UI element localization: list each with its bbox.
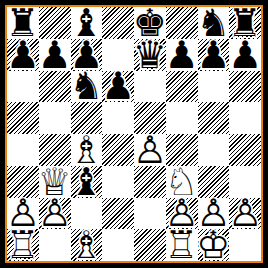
- square-h2[interactable]: ♟♙: [229, 198, 261, 230]
- chess-board: ♜♜♝♝♚♚♞♞♜♜♟♟♟♟♟♟♛♛♟♟♟♟♟♟♞♞♟♟♝♗♟♙♛♕♝♝♞♘♟♙…: [7, 7, 261, 261]
- black-pawn-fill: ♟: [7, 39, 39, 71]
- square-g2[interactable]: ♟♙: [198, 198, 230, 230]
- black-rook-fill: ♜: [229, 7, 261, 39]
- square-d2[interactable]: [102, 198, 134, 230]
- square-g8[interactable]: ♞♞: [198, 7, 230, 39]
- black-bishop-fill: ♝: [71, 166, 103, 198]
- white-rook-fill: ♜: [7, 229, 39, 261]
- white-pawn: ♙: [134, 134, 166, 166]
- square-e3[interactable]: [134, 166, 166, 198]
- square-f2[interactable]: ♟♙: [166, 198, 198, 230]
- square-h8[interactable]: ♜♜: [229, 7, 261, 39]
- black-knight: ♞: [71, 71, 103, 103]
- black-king-fill: ♚: [134, 7, 166, 39]
- square-a4[interactable]: [7, 134, 39, 166]
- square-f7[interactable]: ♟♟: [166, 39, 198, 71]
- white-pawn: ♙: [7, 198, 39, 230]
- black-rook: ♜: [229, 7, 261, 39]
- square-h5[interactable]: [229, 102, 261, 134]
- square-b6[interactable]: [39, 71, 71, 103]
- square-g1[interactable]: ♚♔: [198, 229, 230, 261]
- square-g5[interactable]: [198, 102, 230, 134]
- square-e1[interactable]: [134, 229, 166, 261]
- black-rook-fill: ♜: [7, 7, 39, 39]
- square-c4[interactable]: ♝♗: [71, 134, 103, 166]
- square-c3[interactable]: ♝♝: [71, 166, 103, 198]
- square-f6[interactable]: [166, 71, 198, 103]
- board-frame: ♜♜♝♝♚♚♞♞♜♜♟♟♟♟♟♟♛♛♟♟♟♟♟♟♞♞♟♟♝♗♟♙♛♕♝♝♞♘♟♙…: [5, 5, 263, 263]
- square-e8[interactable]: ♚♚: [134, 7, 166, 39]
- square-c1[interactable]: ♝♗: [71, 229, 103, 261]
- white-pawn-fill: ♟: [134, 134, 166, 166]
- square-h4[interactable]: [229, 134, 261, 166]
- square-f8[interactable]: [166, 7, 198, 39]
- black-pawn: ♟: [229, 39, 261, 71]
- square-b8[interactable]: [39, 7, 71, 39]
- square-a8[interactable]: ♜♜: [7, 7, 39, 39]
- square-d1[interactable]: [102, 229, 134, 261]
- square-g3[interactable]: [198, 166, 230, 198]
- black-pawn: ♟: [7, 39, 39, 71]
- square-a5[interactable]: [7, 102, 39, 134]
- square-a1[interactable]: ♜♖: [7, 229, 39, 261]
- black-pawn: ♟: [39, 39, 71, 71]
- white-pawn: ♙: [198, 198, 230, 230]
- white-bishop-fill: ♝: [71, 229, 103, 261]
- white-queen-fill: ♛: [39, 166, 71, 198]
- white-pawn-fill: ♟: [7, 198, 39, 230]
- square-f1[interactable]: ♜♖: [166, 229, 198, 261]
- black-bishop-fill: ♝: [71, 7, 103, 39]
- square-b1[interactable]: [39, 229, 71, 261]
- square-f3[interactable]: ♞♘: [166, 166, 198, 198]
- black-queen-fill: ♛: [134, 39, 166, 71]
- square-g7[interactable]: ♟♟: [198, 39, 230, 71]
- square-g4[interactable]: [198, 134, 230, 166]
- chess-diagram: ♜♜♝♝♚♚♞♞♜♜♟♟♟♟♟♟♛♛♟♟♟♟♟♟♞♞♟♟♝♗♟♙♛♕♝♝♞♘♟♙…: [0, 0, 268, 268]
- white-knight: ♘: [166, 166, 198, 198]
- black-pawn-fill: ♟: [166, 39, 198, 71]
- white-knight-fill: ♞: [166, 166, 198, 198]
- square-h7[interactable]: ♟♟: [229, 39, 261, 71]
- black-pawn-fill: ♟: [39, 39, 71, 71]
- square-b5[interactable]: [39, 102, 71, 134]
- square-d4[interactable]: [102, 134, 134, 166]
- square-a7[interactable]: ♟♟: [7, 39, 39, 71]
- black-king: ♚: [134, 7, 166, 39]
- black-pawn-fill: ♟: [71, 39, 103, 71]
- square-c6[interactable]: ♞♞: [71, 71, 103, 103]
- square-b4[interactable]: [39, 134, 71, 166]
- white-king-fill: ♚: [198, 229, 230, 261]
- white-rook-fill: ♜: [166, 229, 198, 261]
- square-e7[interactable]: ♛♛: [134, 39, 166, 71]
- square-h3[interactable]: [229, 166, 261, 198]
- white-pawn-fill: ♟: [198, 198, 230, 230]
- square-d6[interactable]: ♟♟: [102, 71, 134, 103]
- black-pawn: ♟: [71, 39, 103, 71]
- black-pawn-fill: ♟: [198, 39, 230, 71]
- black-knight-fill: ♞: [71, 71, 103, 103]
- square-c5[interactable]: [71, 102, 103, 134]
- square-d7[interactable]: [102, 39, 134, 71]
- square-e6[interactable]: [134, 71, 166, 103]
- white-bishop-fill: ♝: [71, 134, 103, 166]
- square-f4[interactable]: [166, 134, 198, 166]
- white-king: ♔: [198, 229, 230, 261]
- white-pawn: ♙: [166, 198, 198, 230]
- black-knight: ♞: [198, 7, 230, 39]
- square-h1[interactable]: [229, 229, 261, 261]
- square-a2[interactable]: ♟♙: [7, 198, 39, 230]
- white-rook: ♖: [166, 229, 198, 261]
- black-bishop: ♝: [71, 166, 103, 198]
- square-c7[interactable]: ♟♟: [71, 39, 103, 71]
- black-pawn: ♟: [166, 39, 198, 71]
- square-b7[interactable]: ♟♟: [39, 39, 71, 71]
- square-d5[interactable]: [102, 102, 134, 134]
- white-pawn: ♙: [39, 198, 71, 230]
- black-knight-fill: ♞: [198, 7, 230, 39]
- white-pawn-fill: ♟: [39, 198, 71, 230]
- square-a3[interactable]: [7, 166, 39, 198]
- black-pawn: ♟: [102, 71, 134, 103]
- square-f5[interactable]: [166, 102, 198, 134]
- square-d8[interactable]: [102, 7, 134, 39]
- black-pawn-fill: ♟: [229, 39, 261, 71]
- white-rook: ♖: [7, 229, 39, 261]
- black-pawn-fill: ♟: [102, 71, 134, 103]
- white-pawn: ♙: [229, 198, 261, 230]
- square-d3[interactable]: [102, 166, 134, 198]
- square-h6[interactable]: [229, 71, 261, 103]
- white-pawn-fill: ♟: [229, 198, 261, 230]
- white-pawn-fill: ♟: [166, 198, 198, 230]
- white-queen: ♕: [39, 166, 71, 198]
- square-b3[interactable]: ♛♕: [39, 166, 71, 198]
- square-g6[interactable]: [198, 71, 230, 103]
- square-c2[interactable]: [71, 198, 103, 230]
- square-a6[interactable]: [7, 71, 39, 103]
- square-b2[interactable]: ♟♙: [39, 198, 71, 230]
- black-rook: ♜: [7, 7, 39, 39]
- square-c8[interactable]: ♝♝: [71, 7, 103, 39]
- black-bishop: ♝: [71, 7, 103, 39]
- square-e4[interactable]: ♟♙: [134, 134, 166, 166]
- white-bishop: ♗: [71, 134, 103, 166]
- white-bishop: ♗: [71, 229, 103, 261]
- square-e2[interactable]: [134, 198, 166, 230]
- black-queen: ♛: [134, 39, 166, 71]
- square-e5[interactable]: [134, 102, 166, 134]
- black-pawn: ♟: [198, 39, 230, 71]
